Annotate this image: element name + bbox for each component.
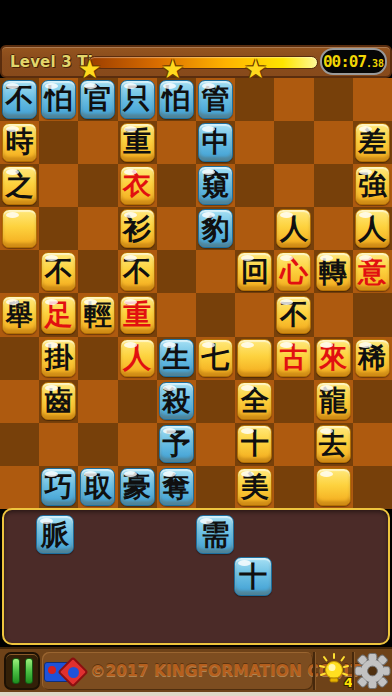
board-tile: 強 [355, 166, 390, 205]
kingformation-logo [44, 658, 90, 686]
branding-panel: ©2017 KINGFORMATION CO.,LTD. [42, 652, 313, 690]
board-tile[interactable]: 予 [159, 425, 194, 464]
board-tile[interactable]: 巧 [41, 468, 76, 507]
board-tile[interactable]: 殺 [159, 382, 194, 421]
board-tile: 不 [41, 252, 76, 291]
board-tile: 美 [237, 468, 272, 507]
board-tile: 七 [198, 339, 233, 378]
board-tile[interactable]: 窺 [198, 166, 233, 205]
board-tile: 古 [276, 339, 311, 378]
pause-button[interactable] [4, 652, 40, 690]
board-tile: 稀 [355, 339, 390, 378]
board-tile: 掛 [41, 339, 76, 378]
board-tile: 衣 [120, 166, 155, 205]
star-track: ★★★ [89, 57, 317, 68]
board-tile[interactable]: 生 [159, 339, 194, 378]
board-tile: 來 [316, 339, 351, 378]
tile-tray: 脈需十 [2, 508, 390, 645]
pause-icon [12, 658, 20, 684]
board-tile-blank[interactable] [316, 468, 351, 507]
board-tile: 回 [237, 252, 272, 291]
board-tile: 轉 [316, 252, 351, 291]
board-tile[interactable]: 豹 [198, 209, 233, 248]
board-tile: 心 [276, 252, 311, 291]
board-tiles: 不怕官只怕管時重中差之衣窺強衫豹人人不不回心轉意舉足輕重不掛人生七古來稀齒殺全龍… [0, 78, 392, 509]
board-tile: 不 [120, 252, 155, 291]
board-tile: 十 [237, 425, 272, 464]
bottom-bar: ©2017 KINGFORMATION CO.,LTD. 4 [0, 647, 392, 692]
settings-button[interactable] [354, 650, 391, 692]
board-tile: 全 [237, 382, 272, 421]
board-tile[interactable]: 取 [80, 468, 115, 507]
board-tile: 重 [120, 123, 155, 162]
board-tile: 足 [41, 296, 76, 335]
board-tile: 之 [2, 166, 37, 205]
divider [313, 652, 315, 690]
copyright-text: ©2017 KINGFORMATION CO.,LTD. [90, 652, 312, 690]
board-tile: 人 [276, 209, 311, 248]
board-tile: 時 [2, 123, 37, 162]
board-tile-blank[interactable] [237, 339, 272, 378]
board-tile[interactable]: 只 [120, 80, 155, 119]
board-tile[interactable]: 豪 [120, 468, 155, 507]
board-tile: 重 [120, 296, 155, 335]
timer-fraction: .38 [366, 58, 384, 69]
board-tile[interactable]: 不 [2, 80, 37, 119]
board-tile: 人 [120, 339, 155, 378]
board-tile[interactable]: 官 [80, 80, 115, 119]
board-tile[interactable]: 奪 [159, 468, 194, 507]
board-tile: 龍 [316, 382, 351, 421]
board-tile[interactable]: 怕 [41, 80, 76, 119]
board-tile: 去 [316, 425, 351, 464]
board-tile: 舉 [2, 296, 37, 335]
board-tile-blank[interactable] [2, 209, 37, 248]
board-tile: 輕 [80, 296, 115, 335]
tray-tile[interactable]: 十 [234, 557, 272, 596]
board-tile[interactable]: 怕 [159, 80, 194, 119]
board-tile[interactable]: 中 [198, 123, 233, 162]
time-progress-bar: ★★★ [88, 56, 318, 69]
board-tile: 衫 [120, 209, 155, 248]
puzzle-board: 不怕官只怕管時重中差之衣窺強衫豹人人不不回心轉意舉足輕重不掛人生七古來稀齒殺全龍… [0, 78, 392, 509]
board-tile: 人 [355, 209, 390, 248]
tray-tile[interactable]: 需 [196, 515, 234, 554]
hint-button[interactable]: 4 [316, 651, 352, 691]
timer-display: 00:07.38 [320, 48, 387, 75]
board-tile[interactable]: 管 [198, 80, 233, 119]
settings-gear-icon [354, 651, 391, 691]
timer-minutes-seconds: 00:07 [323, 52, 366, 71]
board-tile: 齒 [41, 382, 76, 421]
game-screen: Level 3 Time: ★★★ 00:07.38 不怕官只怕管時重中差之衣窺… [0, 0, 392, 696]
bottom-strip [0, 692, 392, 696]
board-tile: 差 [355, 123, 390, 162]
board-tile: 意 [355, 252, 390, 291]
board-tile: 不 [276, 296, 311, 335]
tray-tile[interactable]: 脈 [36, 515, 74, 554]
top-bar: Level 3 Time: ★★★ 00:07.38 [0, 45, 392, 78]
